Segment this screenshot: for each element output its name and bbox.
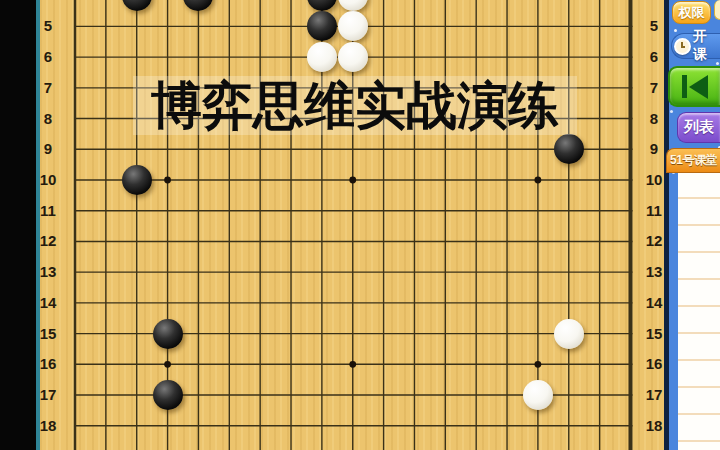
start-class-button[interactable]: 开课 — [671, 33, 720, 59]
row-label-left: 17 — [37, 386, 59, 404]
row-label-right: 17 — [643, 386, 665, 404]
row-label-right: 7 — [643, 79, 665, 97]
row-label-right: 15 — [643, 325, 665, 343]
lesson-list-panel[interactable] — [678, 173, 720, 450]
row-label-right: 14 — [643, 294, 665, 312]
row-label-right: 5 — [643, 17, 665, 35]
black-stone — [153, 319, 183, 349]
row-label-left: 11 — [37, 202, 59, 220]
row-label-left: 10 — [37, 171, 59, 189]
permissions-button[interactable]: 权限 — [672, 1, 711, 24]
black-stone — [122, 165, 152, 195]
row-label-right: 16 — [643, 355, 665, 373]
white-stone — [554, 319, 584, 349]
star-point — [349, 177, 356, 184]
left-black-strip — [0, 0, 36, 450]
list-row — [678, 388, 720, 415]
list-row — [678, 361, 720, 388]
list-row — [678, 173, 720, 199]
star-point — [164, 361, 171, 368]
app-screen: 5566778899101011111212131314141515161617… — [0, 0, 720, 450]
white-stone — [338, 11, 368, 41]
list-button[interactable]: 列表 — [677, 112, 720, 143]
list-row — [678, 253, 720, 280]
row-label-left: 13 — [37, 263, 59, 281]
black-stone — [153, 380, 183, 410]
list-row — [678, 226, 720, 253]
list-row — [678, 415, 720, 442]
row-label-right: 13 — [643, 263, 665, 281]
row-label-left: 15 — [37, 325, 59, 343]
row-label-right: 11 — [643, 202, 665, 220]
skip-to-start-icon-triangle — [689, 75, 708, 99]
classroom-tab-label: 51号课堂 — [670, 152, 717, 169]
list-row — [678, 199, 720, 226]
white-stone — [338, 42, 368, 72]
row-label-left: 12 — [37, 232, 59, 250]
star-point — [535, 177, 542, 184]
row-label-left: 5 — [37, 17, 59, 35]
list-row — [678, 442, 720, 450]
cropped-button-sliver[interactable] — [714, 0, 720, 20]
list-button-label: 列表 — [684, 118, 714, 137]
permissions-button-label: 权限 — [679, 4, 705, 22]
white-stone — [523, 380, 553, 410]
skip-to-start-button[interactable] — [668, 66, 720, 107]
classroom-tab[interactable]: 51号课堂 — [666, 148, 720, 173]
row-label-right: 18 — [643, 417, 665, 435]
star-point — [349, 361, 356, 368]
row-label-left: 8 — [37, 110, 59, 128]
row-label-right: 8 — [643, 110, 665, 128]
clock-icon — [674, 38, 691, 55]
row-label-right: 12 — [643, 232, 665, 250]
row-label-left: 14 — [37, 294, 59, 312]
row-label-left: 18 — [37, 417, 59, 435]
black-stone — [554, 134, 584, 164]
row-label-left: 7 — [37, 79, 59, 97]
white-stone — [307, 42, 337, 72]
row-label-left: 16 — [37, 355, 59, 373]
row-label-left: 9 — [37, 140, 59, 158]
row-label-right: 10 — [643, 171, 665, 189]
list-row — [678, 307, 720, 334]
teal-accent-line — [36, 0, 40, 450]
star-point — [535, 361, 542, 368]
star-point — [164, 177, 171, 184]
lesson-title: 博弈思维实战演练 — [151, 80, 559, 131]
sparkle-dots — [674, 29, 677, 32]
title-overlay-band: 博弈思维实战演练 — [133, 76, 577, 135]
list-row — [678, 280, 720, 307]
list-row — [678, 334, 720, 361]
row-label-right: 6 — [643, 48, 665, 66]
skip-to-start-icon — [682, 75, 687, 98]
row-label-left: 6 — [37, 48, 59, 66]
start-class-label: 开课 — [693, 28, 720, 64]
row-label-right: 9 — [643, 140, 665, 158]
